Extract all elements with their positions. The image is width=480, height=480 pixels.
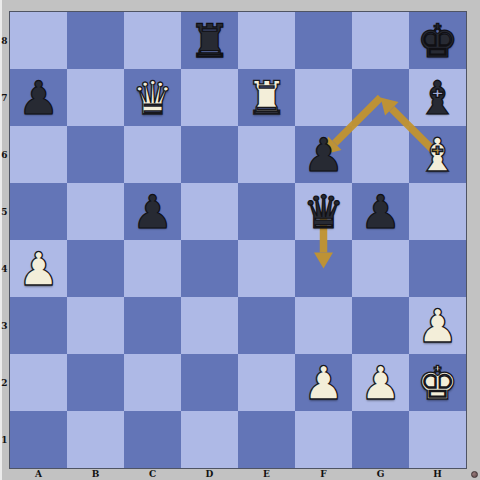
white-rook-e7[interactable]: ♜ <box>238 69 295 126</box>
white-pawn-g2[interactable]: ♟ <box>352 354 409 411</box>
file-label-d: D <box>181 469 238 480</box>
black-rook-d8[interactable]: ♜ <box>181 12 238 69</box>
white-pawn-f2[interactable]: ♟ <box>295 354 352 411</box>
file-label-g: G <box>352 469 409 480</box>
black-pawn-c5[interactable]: ♟ <box>124 183 181 240</box>
file-label-a: A <box>10 469 67 480</box>
black-king-h8[interactable]: ♚ <box>409 12 466 69</box>
white-pawn-a4[interactable]: ♟ <box>10 240 67 297</box>
white-pawn-h3[interactable]: ♟ <box>409 297 466 354</box>
chess-board-frame: ♜♚♟♛♜♝♟♝♟♛♟♟♟♟♟♚ 87654321 ABCDEFGH <box>0 0 480 480</box>
file-label-h: H <box>409 469 466 480</box>
frame-left-highlight <box>0 0 2 480</box>
file-label-f: F <box>295 469 352 480</box>
rank-label-7: 7 <box>0 92 9 104</box>
rank-label-5: 5 <box>0 206 9 218</box>
rank-label-1: 1 <box>0 434 9 446</box>
rank-label-4: 4 <box>0 263 9 275</box>
pieces-layer: ♜♚♟♛♜♝♟♝♟♛♟♟♟♟♟♚ <box>10 12 466 468</box>
black-pawn-f6[interactable]: ♟ <box>295 126 352 183</box>
black-bishop-h7[interactable]: ♝ <box>409 69 466 126</box>
file-label-b: B <box>67 469 124 480</box>
rank-label-8: 8 <box>0 35 9 47</box>
black-queen-f5[interactable]: ♛ <box>295 183 352 240</box>
white-bishop-h6[interactable]: ♝ <box>409 126 466 183</box>
rank-label-2: 2 <box>0 377 9 389</box>
file-label-e: E <box>238 469 295 480</box>
white-king-h2[interactable]: ♚ <box>409 354 466 411</box>
white-queen-c7[interactable]: ♛ <box>124 69 181 126</box>
rank-label-3: 3 <box>0 320 9 332</box>
rank-label-6: 6 <box>0 149 9 161</box>
black-pawn-a7[interactable]: ♟ <box>10 69 67 126</box>
black-pawn-g5[interactable]: ♟ <box>352 183 409 240</box>
corner-grip-icon <box>471 471 478 478</box>
file-label-c: C <box>124 469 181 480</box>
